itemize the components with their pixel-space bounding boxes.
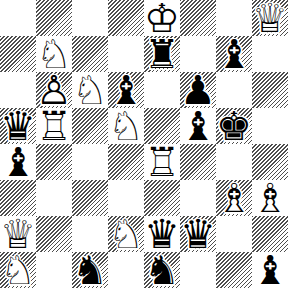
white-knight-glyph: ♘ [108, 108, 144, 144]
square-e6[interactable] [144, 72, 180, 108]
square-b5[interactable]: ♜♖ [36, 108, 72, 144]
white-knight: ♞♘ [108, 108, 144, 144]
black-king: ♚♚ [216, 108, 252, 144]
square-e1[interactable]: ♞♞ [144, 252, 180, 288]
black-knight: ♞♞ [72, 252, 108, 288]
white-rook: ♜♖ [144, 144, 180, 180]
square-f1[interactable] [180, 252, 216, 288]
black-bishop: ♝♝ [180, 108, 216, 144]
square-d8[interactable] [108, 0, 144, 36]
black-queen: ♛♛ [180, 216, 216, 252]
square-b3[interactable] [36, 180, 72, 216]
square-f8[interactable] [180, 0, 216, 36]
square-c8[interactable] [72, 0, 108, 36]
black-bishop-glyph: ♝ [180, 108, 216, 144]
square-c3[interactable] [72, 180, 108, 216]
white-rook-glyph: ♖ [36, 108, 72, 144]
square-a4[interactable]: ♝♝ [0, 144, 36, 180]
square-d4[interactable] [108, 144, 144, 180]
white-bishop-glyph: ♗ [216, 180, 252, 216]
square-b1[interactable] [36, 252, 72, 288]
chess-board: ♚♔♛♕♞♘♜♜♝♝♟♙♞♘♝♝♟♟♛♛♜♖♞♘♝♝♚♚♝♝♜♖♝♗♝♗♛♕♞♘… [0, 0, 288, 288]
black-knight-glyph: ♞ [144, 252, 180, 288]
square-b4[interactable] [36, 144, 72, 180]
square-a7[interactable] [0, 36, 36, 72]
black-bishop-glyph: ♝ [252, 252, 288, 288]
square-g2[interactable] [216, 216, 252, 252]
white-knight: ♞♘ [72, 72, 108, 108]
black-bishop: ♝♝ [0, 144, 36, 180]
square-g3[interactable]: ♝♗ [216, 180, 252, 216]
white-knight: ♞♘ [0, 252, 36, 288]
square-h5[interactable] [252, 108, 288, 144]
square-f5[interactable]: ♝♝ [180, 108, 216, 144]
white-queen: ♛♕ [252, 0, 288, 36]
square-d2[interactable]: ♞♘ [108, 216, 144, 252]
square-h1[interactable]: ♝♝ [252, 252, 288, 288]
white-bishop: ♝♗ [252, 180, 288, 216]
white-rook-glyph: ♖ [144, 144, 180, 180]
square-a8[interactable] [0, 0, 36, 36]
square-c5[interactable] [72, 108, 108, 144]
black-bishop-glyph: ♝ [216, 36, 252, 72]
black-rook-glyph: ♜ [144, 36, 180, 72]
square-h8[interactable]: ♛♕ [252, 0, 288, 36]
square-e4[interactable]: ♜♖ [144, 144, 180, 180]
white-knight-glyph: ♘ [72, 72, 108, 108]
white-rook: ♜♖ [36, 108, 72, 144]
square-f2[interactable]: ♛♛ [180, 216, 216, 252]
square-c1[interactable]: ♞♞ [72, 252, 108, 288]
black-bishop-glyph: ♝ [0, 144, 36, 180]
square-d5[interactable]: ♞♘ [108, 108, 144, 144]
square-h7[interactable] [252, 36, 288, 72]
black-rook: ♜♜ [144, 36, 180, 72]
square-g7[interactable]: ♝♝ [216, 36, 252, 72]
black-queen-glyph: ♛ [180, 216, 216, 252]
white-queen-glyph: ♕ [252, 0, 288, 36]
black-bishop: ♝♝ [216, 36, 252, 72]
square-b2[interactable] [36, 216, 72, 252]
black-knight: ♞♞ [144, 252, 180, 288]
black-bishop: ♝♝ [252, 252, 288, 288]
white-knight-glyph: ♘ [108, 216, 144, 252]
square-a1[interactable]: ♞♘ [0, 252, 36, 288]
square-c6[interactable]: ♞♘ [72, 72, 108, 108]
square-h3[interactable]: ♝♗ [252, 180, 288, 216]
square-g1[interactable] [216, 252, 252, 288]
black-knight-glyph: ♞ [72, 252, 108, 288]
square-c4[interactable] [72, 144, 108, 180]
square-h6[interactable] [252, 72, 288, 108]
black-king-glyph: ♚ [216, 108, 252, 144]
white-knight-glyph: ♘ [0, 252, 36, 288]
square-e7[interactable]: ♜♜ [144, 36, 180, 72]
white-bishop-glyph: ♗ [252, 180, 288, 216]
white-knight: ♞♘ [108, 216, 144, 252]
square-d1[interactable] [108, 252, 144, 288]
square-f4[interactable] [180, 144, 216, 180]
white-bishop: ♝♗ [216, 180, 252, 216]
square-g5[interactable]: ♚♚ [216, 108, 252, 144]
